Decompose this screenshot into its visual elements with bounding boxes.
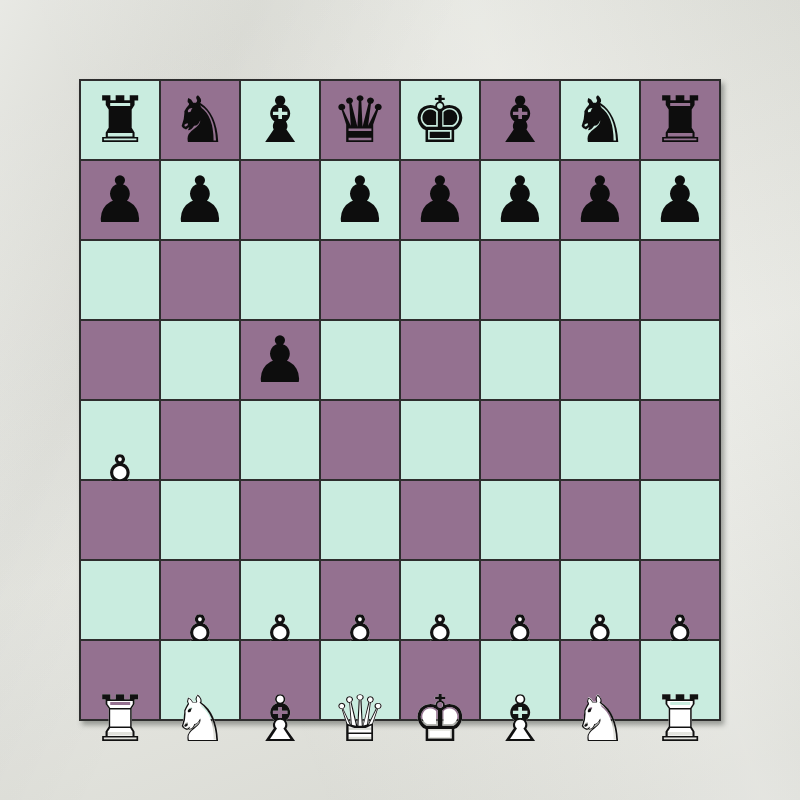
- square-b2[interactable]: ♟♙: [161, 561, 239, 639]
- square-d6[interactable]: [321, 241, 399, 319]
- square-f3[interactable]: [481, 481, 559, 559]
- square-b6[interactable]: [161, 241, 239, 319]
- chess-board: ♜♞♝♛♚♝♞♜♟♟♟♟♟♟♟♟♟♙♟♙♟♙♟♙♟♙♟♙♟♙♟♙♜♖♞♘♝♗♛♕…: [79, 79, 721, 721]
- square-f6[interactable]: [481, 241, 559, 319]
- piece-black-pawn[interactable]: ♟: [241, 321, 319, 399]
- square-b4[interactable]: [161, 401, 239, 479]
- piece-black-pawn[interactable]: ♟: [561, 161, 639, 239]
- piece-black-queen[interactable]: ♛: [321, 81, 399, 159]
- square-h1[interactable]: ♜♖: [641, 641, 719, 719]
- square-g8[interactable]: ♞: [561, 81, 639, 159]
- white-piece-outline: ♘: [161, 680, 239, 758]
- square-b1[interactable]: ♞♘: [161, 641, 239, 719]
- white-piece-outline: ♖: [81, 680, 159, 758]
- square-f8[interactable]: ♝: [481, 81, 559, 159]
- square-a3[interactable]: [81, 481, 159, 559]
- square-g7[interactable]: ♟: [561, 161, 639, 239]
- square-f4[interactable]: [481, 401, 559, 479]
- square-c1[interactable]: ♝♗: [241, 641, 319, 719]
- square-g2[interactable]: ♟♙: [561, 561, 639, 639]
- square-e2[interactable]: ♟♙: [401, 561, 479, 639]
- white-piece-outline: ♕: [321, 680, 399, 758]
- square-c6[interactable]: [241, 241, 319, 319]
- square-b8[interactable]: ♞: [161, 81, 239, 159]
- square-e7[interactable]: ♟: [401, 161, 479, 239]
- square-d3[interactable]: [321, 481, 399, 559]
- square-d5[interactable]: [321, 321, 399, 399]
- piece-black-pawn[interactable]: ♟: [481, 161, 559, 239]
- square-h7[interactable]: ♟: [641, 161, 719, 239]
- square-g3[interactable]: [561, 481, 639, 559]
- piece-black-knight[interactable]: ♞: [161, 81, 239, 159]
- square-c3[interactable]: [241, 481, 319, 559]
- square-h4[interactable]: [641, 401, 719, 479]
- square-g4[interactable]: [561, 401, 639, 479]
- square-f7[interactable]: ♟: [481, 161, 559, 239]
- piece-black-pawn[interactable]: ♟: [81, 161, 159, 239]
- square-a8[interactable]: ♜: [81, 81, 159, 159]
- square-d8[interactable]: ♛: [321, 81, 399, 159]
- square-d2[interactable]: ♟♙: [321, 561, 399, 639]
- page-background: { "game": "chess", "position": { "fen": …: [0, 0, 800, 800]
- white-piece-outline: ♗: [481, 680, 559, 758]
- square-e5[interactable]: [401, 321, 479, 399]
- square-g1[interactable]: ♞♘: [561, 641, 639, 719]
- square-d4[interactable]: [321, 401, 399, 479]
- square-d1[interactable]: ♛♕: [321, 641, 399, 719]
- piece-black-pawn[interactable]: ♟: [401, 161, 479, 239]
- piece-black-knight[interactable]: ♞: [561, 81, 639, 159]
- square-g5[interactable]: [561, 321, 639, 399]
- square-h3[interactable]: [641, 481, 719, 559]
- square-c2[interactable]: ♟♙: [241, 561, 319, 639]
- square-d7[interactable]: ♟: [321, 161, 399, 239]
- square-c5[interactable]: ♟: [241, 321, 319, 399]
- square-h5[interactable]: [641, 321, 719, 399]
- piece-black-bishop[interactable]: ♝: [241, 81, 319, 159]
- square-f2[interactable]: ♟♙: [481, 561, 559, 639]
- square-h2[interactable]: ♟♙: [641, 561, 719, 639]
- square-e1[interactable]: ♚♔: [401, 641, 479, 719]
- square-a2[interactable]: [81, 561, 159, 639]
- square-a5[interactable]: [81, 321, 159, 399]
- square-a6[interactable]: [81, 241, 159, 319]
- piece-black-rook[interactable]: ♜: [641, 81, 719, 159]
- piece-black-pawn[interactable]: ♟: [161, 161, 239, 239]
- square-e3[interactable]: [401, 481, 479, 559]
- square-b5[interactable]: [161, 321, 239, 399]
- square-f5[interactable]: [481, 321, 559, 399]
- white-piece-outline: ♗: [241, 680, 319, 758]
- square-c4[interactable]: [241, 401, 319, 479]
- square-a7[interactable]: ♟: [81, 161, 159, 239]
- square-b7[interactable]: ♟: [161, 161, 239, 239]
- piece-black-rook[interactable]: ♜: [81, 81, 159, 159]
- square-a1[interactable]: ♜♖: [81, 641, 159, 719]
- piece-black-king[interactable]: ♚: [401, 81, 479, 159]
- piece-black-bishop[interactable]: ♝: [481, 81, 559, 159]
- square-h6[interactable]: [641, 241, 719, 319]
- square-g6[interactable]: [561, 241, 639, 319]
- square-h8[interactable]: ♜: [641, 81, 719, 159]
- square-a4[interactable]: ♟♙: [81, 401, 159, 479]
- square-c8[interactable]: ♝: [241, 81, 319, 159]
- square-c7[interactable]: [241, 161, 319, 239]
- piece-black-pawn[interactable]: ♟: [641, 161, 719, 239]
- white-piece-outline: ♖: [641, 680, 719, 758]
- square-b3[interactable]: [161, 481, 239, 559]
- white-piece-outline: ♔: [401, 680, 479, 758]
- white-piece-outline: ♘: [561, 680, 639, 758]
- square-e6[interactable]: [401, 241, 479, 319]
- piece-black-pawn[interactable]: ♟: [321, 161, 399, 239]
- square-f1[interactable]: ♝♗: [481, 641, 559, 719]
- square-e8[interactable]: ♚: [401, 81, 479, 159]
- square-e4[interactable]: [401, 401, 479, 479]
